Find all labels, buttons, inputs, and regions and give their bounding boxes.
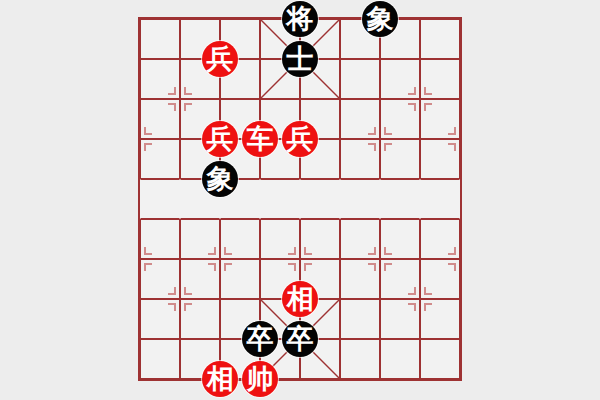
black-advisor[interactable]: 士 [282,41,318,77]
piece-glyph: 兵 [287,121,314,157]
piece-glyph: 相 [207,361,234,397]
piece-glyph: 相 [287,281,314,317]
piece-glyph: 将 [287,1,314,37]
piece-glyph: 象 [207,161,234,197]
pieces-layer: 将象士兵兵车兵象相卒卒相帅 [138,17,462,381]
red-general[interactable]: 帅 [242,361,278,397]
red-soldier[interactable]: 兵 [202,121,238,157]
red-elephant[interactable]: 相 [282,281,318,317]
black-soldier[interactable]: 卒 [282,321,318,357]
piece-glyph: 兵 [207,121,234,157]
xiangqi-board: 将象士兵兵车兵象相卒卒相帅 [138,17,462,381]
red-soldier[interactable]: 兵 [202,41,238,77]
piece-glyph: 兵 [207,41,234,77]
piece-glyph: 士 [287,41,314,77]
red-soldier[interactable]: 兵 [282,121,318,157]
piece-glyph: 卒 [287,321,314,357]
black-soldier[interactable]: 卒 [242,321,278,357]
piece-glyph: 帅 [247,361,274,397]
black-elephant[interactable]: 象 [202,161,238,197]
red-chariot[interactable]: 车 [242,121,278,157]
xiangqi-diagram: 将象士兵兵车兵象相卒卒相帅 [0,0,600,400]
black-general[interactable]: 将 [282,1,318,37]
red-elephant[interactable]: 相 [202,361,238,397]
piece-glyph: 车 [247,121,274,157]
piece-glyph: 卒 [247,321,274,357]
piece-glyph: 象 [367,1,394,37]
black-elephant[interactable]: 象 [362,1,398,37]
